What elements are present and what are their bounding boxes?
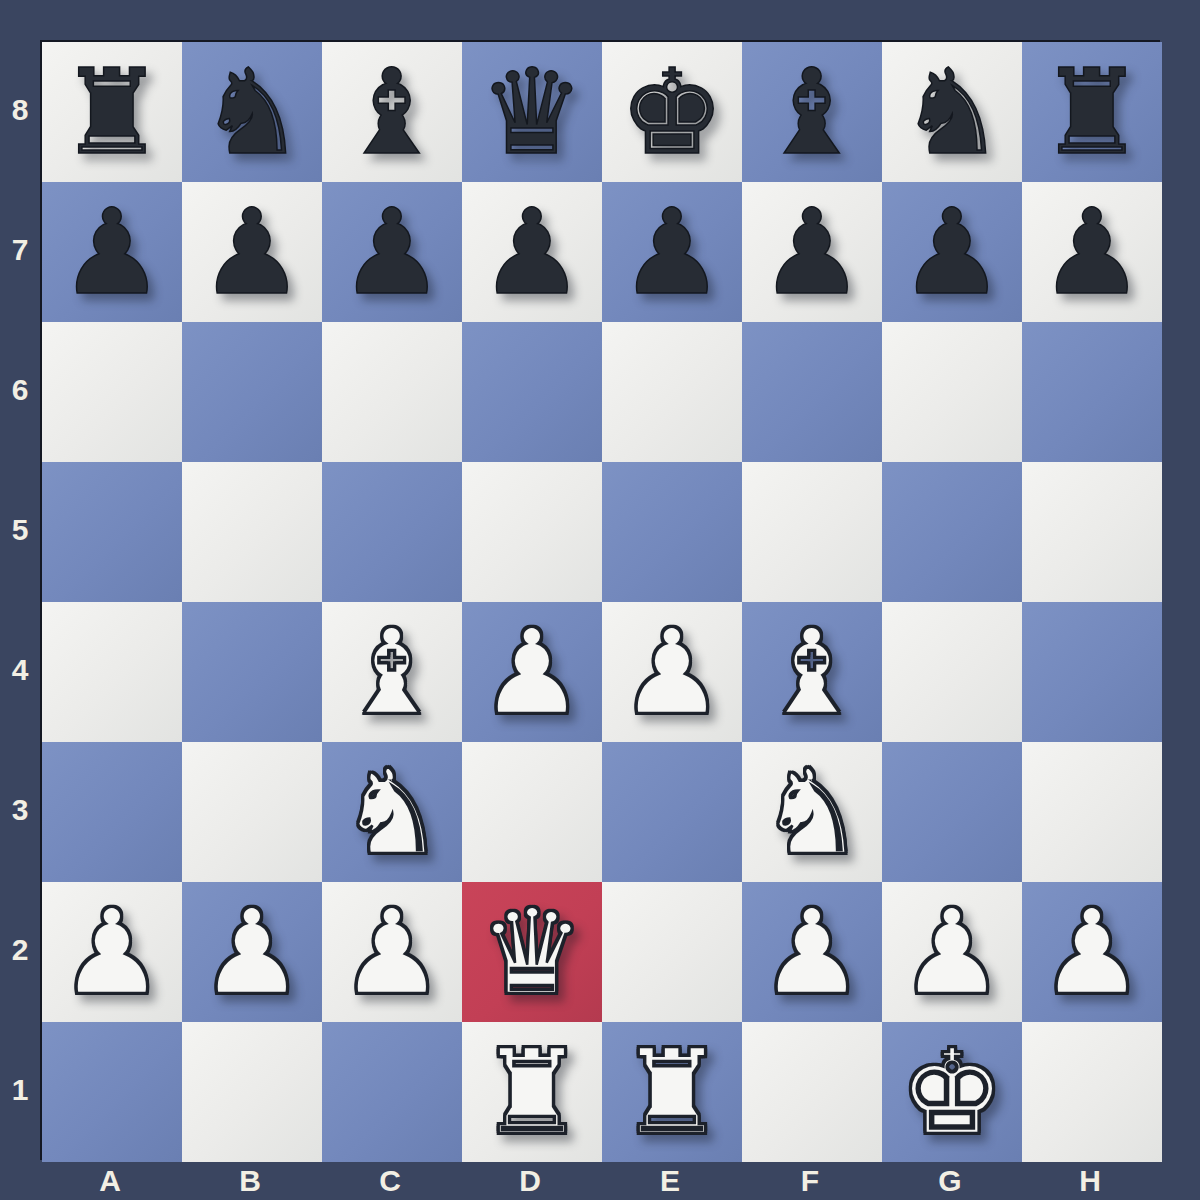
square-g6[interactable]: [882, 322, 1022, 462]
white-pawn[interactable]: ♟: [59, 893, 165, 1011]
white-pawn[interactable]: ♟: [199, 893, 305, 1011]
black-pawn[interactable]: ♟: [899, 193, 1005, 311]
white-pawn[interactable]: ♟: [339, 893, 445, 1011]
white-bishop[interactable]: ♝: [339, 613, 445, 731]
square-c6[interactable]: [322, 322, 462, 462]
square-c4[interactable]: ♝: [322, 602, 462, 742]
black-pawn[interactable]: ♟: [479, 193, 585, 311]
square-d3[interactable]: [462, 742, 602, 882]
black-pawn[interactable]: ♟: [759, 193, 865, 311]
square-a3[interactable]: [42, 742, 182, 882]
white-knight[interactable]: ♞: [759, 753, 865, 871]
square-b8[interactable]: ♞: [182, 42, 322, 182]
square-f1[interactable]: [742, 1022, 882, 1162]
square-e4[interactable]: ♟: [602, 602, 742, 742]
square-a6[interactable]: [42, 322, 182, 462]
square-g3[interactable]: [882, 742, 1022, 882]
square-e7[interactable]: ♟: [602, 182, 742, 322]
black-bishop[interactable]: ♝: [339, 53, 445, 171]
square-c7[interactable]: ♟: [322, 182, 462, 322]
square-b7[interactable]: ♟: [182, 182, 322, 322]
square-f2[interactable]: ♟: [742, 882, 882, 1022]
square-h8[interactable]: ♜: [1022, 42, 1162, 182]
square-e5[interactable]: [602, 462, 742, 602]
square-g2[interactable]: ♟: [882, 882, 1022, 1022]
square-d6[interactable]: [462, 322, 602, 462]
white-pawn[interactable]: ♟: [619, 613, 725, 731]
square-e3[interactable]: [602, 742, 742, 882]
black-bishop[interactable]: ♝: [759, 53, 865, 171]
white-king[interactable]: ♚: [899, 1033, 1005, 1151]
black-pawn[interactable]: ♟: [1039, 193, 1145, 311]
square-f3[interactable]: ♞: [742, 742, 882, 882]
square-a5[interactable]: [42, 462, 182, 602]
square-h3[interactable]: [1022, 742, 1162, 882]
white-pawn[interactable]: ♟: [479, 613, 585, 731]
square-e1[interactable]: ♜: [602, 1022, 742, 1162]
black-pawn[interactable]: ♟: [199, 193, 305, 311]
square-d1[interactable]: ♜: [462, 1022, 602, 1162]
square-d4[interactable]: ♟: [462, 602, 602, 742]
square-e6[interactable]: [602, 322, 742, 462]
square-f4[interactable]: ♝: [742, 602, 882, 742]
rank-label-5: 5: [0, 460, 40, 600]
file-label-c: C: [320, 1162, 460, 1200]
square-h7[interactable]: ♟: [1022, 182, 1162, 322]
square-h4[interactable]: [1022, 602, 1162, 742]
square-g4[interactable]: [882, 602, 1022, 742]
file-label-b: B: [180, 1162, 320, 1200]
black-rook[interactable]: ♜: [1039, 53, 1145, 171]
square-c2[interactable]: ♟: [322, 882, 462, 1022]
square-g5[interactable]: [882, 462, 1022, 602]
square-b4[interactable]: [182, 602, 322, 742]
file-label-g: G: [880, 1162, 1020, 1200]
rank-label-4: 4: [0, 600, 40, 740]
square-b2[interactable]: ♟: [182, 882, 322, 1022]
file-label-d: D: [460, 1162, 600, 1200]
square-c3[interactable]: ♞: [322, 742, 462, 882]
white-knight[interactable]: ♞: [339, 753, 445, 871]
rank-label-2: 2: [0, 880, 40, 1020]
black-queen[interactable]: ♛: [479, 53, 585, 171]
black-pawn[interactable]: ♟: [59, 193, 165, 311]
square-b3[interactable]: [182, 742, 322, 882]
rank-label-8: 8: [0, 40, 40, 180]
chess-app: ♜♞♝♛♚♝♞♜♟♟♟♟♟♟♟♟♝♟♟♝♞♞♟♟♟♛♟♟♟♜♜♚ 8765432…: [0, 0, 1200, 1200]
square-c1[interactable]: [322, 1022, 462, 1162]
black-king[interactable]: ♚: [619, 53, 725, 171]
file-label-f: F: [740, 1162, 880, 1200]
black-pawn[interactable]: ♟: [339, 193, 445, 311]
square-a8[interactable]: ♜: [42, 42, 182, 182]
square-b1[interactable]: [182, 1022, 322, 1162]
square-e2[interactable]: [602, 882, 742, 1022]
rank-label-7: 7: [0, 180, 40, 320]
square-b5[interactable]: [182, 462, 322, 602]
square-d2[interactable]: ♛: [462, 882, 602, 1022]
square-h5[interactable]: [1022, 462, 1162, 602]
white-rook[interactable]: ♜: [619, 1033, 725, 1151]
square-f6[interactable]: [742, 322, 882, 462]
square-g8[interactable]: ♞: [882, 42, 1022, 182]
black-rook[interactable]: ♜: [59, 53, 165, 171]
square-e8[interactable]: ♚: [602, 42, 742, 182]
square-h2[interactable]: ♟: [1022, 882, 1162, 1022]
file-label-h: H: [1020, 1162, 1160, 1200]
square-c5[interactable]: [322, 462, 462, 602]
white-pawn[interactable]: ♟: [899, 893, 1005, 1011]
square-g1[interactable]: ♚: [882, 1022, 1022, 1162]
square-f5[interactable]: [742, 462, 882, 602]
white-pawn[interactable]: ♟: [1039, 893, 1145, 1011]
square-d7[interactable]: ♟: [462, 182, 602, 322]
square-f7[interactable]: ♟: [742, 182, 882, 322]
square-a1[interactable]: [42, 1022, 182, 1162]
chess-board: ♜♞♝♛♚♝♞♜♟♟♟♟♟♟♟♟♝♟♟♝♞♞♟♟♟♛♟♟♟♜♜♚: [40, 40, 1160, 1160]
rank-label-3: 3: [0, 740, 40, 880]
square-c8[interactable]: ♝: [322, 42, 462, 182]
square-h1[interactable]: [1022, 1022, 1162, 1162]
white-bishop[interactable]: ♝: [759, 613, 865, 731]
square-b6[interactable]: [182, 322, 322, 462]
square-f8[interactable]: ♝: [742, 42, 882, 182]
square-a2[interactable]: ♟: [42, 882, 182, 1022]
white-pawn[interactable]: ♟: [759, 893, 865, 1011]
square-a4[interactable]: [42, 602, 182, 742]
square-d5[interactable]: [462, 462, 602, 602]
square-h6[interactable]: [1022, 322, 1162, 462]
white-queen[interactable]: ♛: [479, 893, 585, 1011]
file-label-a: A: [40, 1162, 180, 1200]
rank-label-6: 6: [0, 320, 40, 460]
black-pawn[interactable]: ♟: [619, 193, 725, 311]
rank-label-1: 1: [0, 1020, 40, 1160]
file-label-e: E: [600, 1162, 740, 1200]
square-a7[interactable]: ♟: [42, 182, 182, 322]
black-knight[interactable]: ♞: [199, 53, 305, 171]
white-rook[interactable]: ♜: [479, 1033, 585, 1151]
square-g7[interactable]: ♟: [882, 182, 1022, 322]
square-d8[interactable]: ♛: [462, 42, 602, 182]
black-knight[interactable]: ♞: [899, 53, 1005, 171]
